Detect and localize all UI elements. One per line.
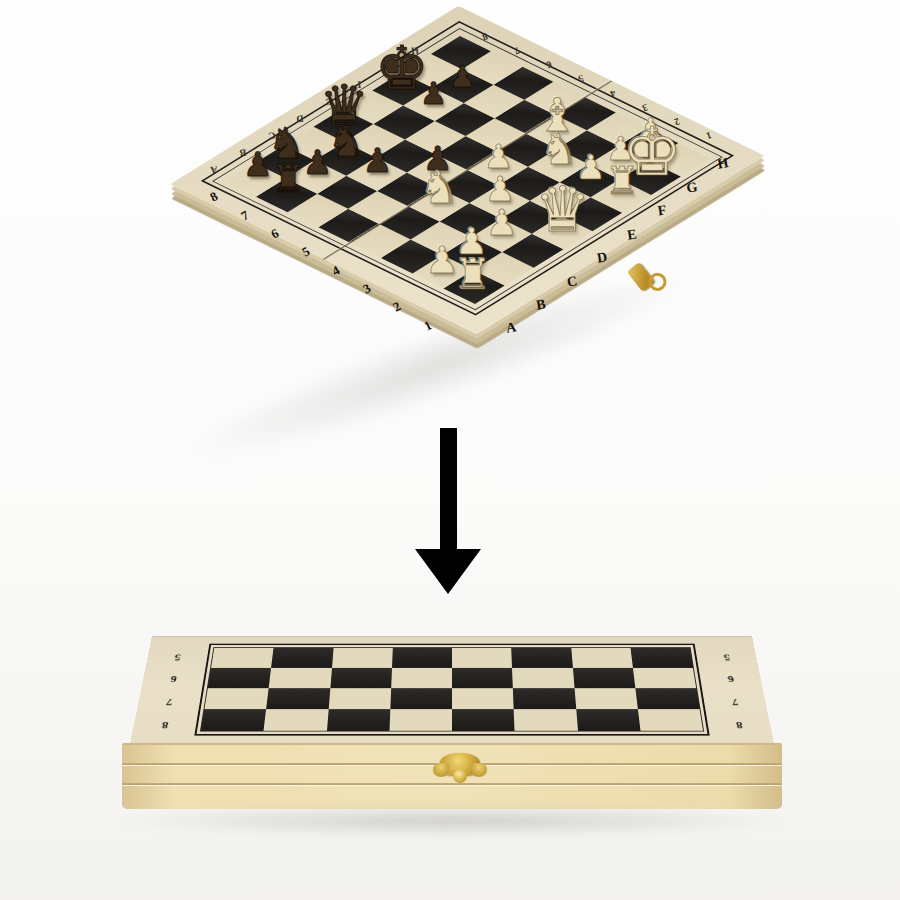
box-square xyxy=(204,688,268,709)
box-square xyxy=(572,668,635,688)
arrow-head xyxy=(415,549,481,594)
box-clasp-icon xyxy=(433,753,487,787)
far-file-label-A: A xyxy=(210,164,218,176)
piece-white-q-d1[interactable]: ♛ xyxy=(534,179,590,242)
piece-white-r-f1[interactable]: ♜ xyxy=(605,162,639,200)
piece-white-p-e4[interactable]: ♟ xyxy=(484,140,514,173)
box-number-5: 5 xyxy=(173,651,181,663)
box-number-8: 8 xyxy=(735,719,744,732)
box-square xyxy=(330,668,392,688)
piece-white-n-c4[interactable]: ♞ xyxy=(419,166,459,211)
box-square xyxy=(391,668,452,688)
piece-black-p-g7[interactable]: ♟ xyxy=(449,62,476,92)
box-number-7: 7 xyxy=(731,696,740,708)
closed-box-grid xyxy=(201,648,703,731)
box-number-7: 7 xyxy=(165,696,174,708)
box-square xyxy=(208,668,272,688)
box-square xyxy=(638,709,703,731)
box-square xyxy=(630,648,693,668)
box-square xyxy=(452,668,513,688)
box-square xyxy=(452,688,514,709)
box-square xyxy=(513,688,576,709)
box-square xyxy=(635,688,699,709)
piece-white-p-c2[interactable]: ♟ xyxy=(485,205,517,241)
box-square xyxy=(633,668,697,688)
box-number-8: 8 xyxy=(160,719,169,732)
box-square xyxy=(211,648,274,668)
file-label-H: H xyxy=(716,155,729,173)
box-number-6: 6 xyxy=(169,673,177,685)
box-number-6: 6 xyxy=(726,673,734,685)
closed-box-shadow xyxy=(116,806,788,836)
piece-black-p-f7[interactable]: ♟ xyxy=(420,79,447,110)
box-square xyxy=(269,668,332,688)
arrow-shaft xyxy=(440,428,457,549)
closed-box-front-face xyxy=(122,743,782,809)
box-square xyxy=(511,648,572,668)
box-square xyxy=(571,648,633,668)
piece-white-r-a1[interactable]: ♜ xyxy=(454,254,492,297)
box-square xyxy=(326,709,390,731)
fold-transform-arrow-icon xyxy=(415,428,481,594)
box-square xyxy=(390,688,452,709)
piece-white-n-f3[interactable]: ♞ xyxy=(540,128,578,171)
piece-black-p-b7[interactable]: ♟ xyxy=(302,147,332,180)
piece-black-p-c6[interactable]: ♟ xyxy=(362,145,392,178)
box-square xyxy=(328,688,391,709)
box-number-5: 5 xyxy=(722,651,730,663)
piece-black-p-a8[interactable]: ♟ xyxy=(243,148,273,181)
box-square xyxy=(389,709,452,731)
file-label-C: C xyxy=(565,273,578,290)
box-square xyxy=(264,709,328,731)
piece-black-n-c7[interactable]: ♞ xyxy=(327,121,365,164)
box-square xyxy=(452,648,512,668)
box-square xyxy=(514,709,578,731)
box-square xyxy=(332,648,393,668)
box-square xyxy=(266,688,330,709)
closed-chess-box: 5678 HGFEDCBA 5678 xyxy=(122,600,782,860)
product-image: ABCDEFGH12345678ABCDEFGH12345678♜♛♜♚♟♟♟♟… xyxy=(0,0,900,900)
rank-label-2: 2 xyxy=(391,299,404,316)
closed-box-border xyxy=(194,644,709,736)
closed-box-inner-border xyxy=(200,647,704,731)
piece-black-r-a7[interactable]: ♜ xyxy=(271,160,305,198)
file-label-D: D xyxy=(596,249,609,266)
box-square xyxy=(392,648,452,668)
box-square xyxy=(271,648,333,668)
rank-label-1: 1 xyxy=(421,317,434,334)
box-square xyxy=(512,668,574,688)
box-square xyxy=(576,709,640,731)
box-square xyxy=(201,709,266,731)
box-square xyxy=(574,688,638,709)
box-square xyxy=(452,709,515,731)
